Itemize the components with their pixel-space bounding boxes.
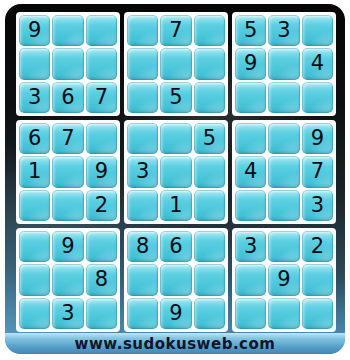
cell-r6c8[interactable] bbox=[268, 190, 299, 221]
cell-r4c6[interactable]: 5 bbox=[194, 123, 225, 154]
cell-r2c3[interactable] bbox=[86, 48, 117, 79]
cell-r4c2[interactable]: 7 bbox=[52, 123, 83, 154]
box-3: 5394 bbox=[232, 12, 336, 116]
cell-r8c5[interactable] bbox=[160, 264, 191, 295]
cell-r2c4[interactable] bbox=[127, 48, 158, 79]
cell-r6c4[interactable] bbox=[127, 190, 158, 221]
cell-r1c7[interactable]: 5 bbox=[235, 15, 266, 46]
cell-r4c8[interactable] bbox=[268, 123, 299, 154]
cell-r7c1[interactable] bbox=[19, 231, 50, 262]
cell-r9c6[interactable] bbox=[194, 298, 225, 329]
box-4: 67192 bbox=[16, 120, 120, 224]
box-1: 9367 bbox=[16, 12, 120, 116]
sudoku-page: 9367755394671925319473983869329 www.sudo… bbox=[0, 0, 350, 360]
cell-r9c9[interactable] bbox=[302, 298, 333, 329]
cell-r3c1[interactable]: 3 bbox=[19, 82, 50, 113]
cell-r6c9[interactable]: 3 bbox=[302, 190, 333, 221]
cell-r9c3[interactable] bbox=[86, 298, 117, 329]
cell-r7c2[interactable]: 9 bbox=[52, 231, 83, 262]
cell-r5c6[interactable] bbox=[194, 156, 225, 187]
cell-r8c9[interactable] bbox=[302, 264, 333, 295]
cell-r7c7[interactable]: 3 bbox=[235, 231, 266, 262]
cell-r3c9[interactable] bbox=[302, 82, 333, 113]
box-7: 983 bbox=[16, 228, 120, 332]
cell-r2c2[interactable] bbox=[52, 48, 83, 79]
cell-r3c2[interactable]: 6 bbox=[52, 82, 83, 113]
cell-r1c9[interactable] bbox=[302, 15, 333, 46]
cell-r7c5[interactable]: 6 bbox=[160, 231, 191, 262]
cell-r2c1[interactable] bbox=[19, 48, 50, 79]
cell-r4c9[interactable]: 9 bbox=[302, 123, 333, 154]
cell-r2c7[interactable]: 9 bbox=[235, 48, 266, 79]
cell-r4c3[interactable] bbox=[86, 123, 117, 154]
cell-r1c8[interactable]: 3 bbox=[268, 15, 299, 46]
cell-r1c6[interactable] bbox=[194, 15, 225, 46]
cell-r6c7[interactable] bbox=[235, 190, 266, 221]
cell-r1c2[interactable] bbox=[52, 15, 83, 46]
cell-r4c1[interactable]: 6 bbox=[19, 123, 50, 154]
cell-r2c9[interactable]: 4 bbox=[302, 48, 333, 79]
cell-r4c4[interactable] bbox=[127, 123, 158, 154]
cell-r5c3[interactable]: 9 bbox=[86, 156, 117, 187]
cell-r4c5[interactable] bbox=[160, 123, 191, 154]
cell-r3c7[interactable] bbox=[235, 82, 266, 113]
cell-r9c4[interactable] bbox=[127, 298, 158, 329]
cell-r6c6[interactable] bbox=[194, 190, 225, 221]
cell-r6c5[interactable]: 1 bbox=[160, 190, 191, 221]
cell-r2c6[interactable] bbox=[194, 48, 225, 79]
cell-r5c7[interactable]: 4 bbox=[235, 156, 266, 187]
cell-r7c4[interactable]: 8 bbox=[127, 231, 158, 262]
box-9: 329 bbox=[232, 228, 336, 332]
cell-r8c3[interactable]: 8 bbox=[86, 264, 117, 295]
cell-r5c2[interactable] bbox=[52, 156, 83, 187]
footer-bar: www.sudokusweb.com bbox=[5, 333, 345, 354]
cell-r6c2[interactable] bbox=[52, 190, 83, 221]
cell-r9c1[interactable] bbox=[19, 298, 50, 329]
cell-r7c3[interactable] bbox=[86, 231, 117, 262]
cell-r2c5[interactable] bbox=[160, 48, 191, 79]
cell-r6c1[interactable] bbox=[19, 190, 50, 221]
cell-r3c5[interactable]: 5 bbox=[160, 82, 191, 113]
cell-r9c7[interactable] bbox=[235, 298, 266, 329]
cell-r8c4[interactable] bbox=[127, 264, 158, 295]
cell-r9c5[interactable]: 9 bbox=[160, 298, 191, 329]
cell-r6c3[interactable]: 2 bbox=[86, 190, 117, 221]
cell-r5c8[interactable] bbox=[268, 156, 299, 187]
cell-r3c4[interactable] bbox=[127, 82, 158, 113]
cell-r9c8[interactable] bbox=[268, 298, 299, 329]
site-url: www.sudokusweb.com bbox=[75, 335, 276, 353]
cell-r5c9[interactable]: 7 bbox=[302, 156, 333, 187]
cell-r1c5[interactable]: 7 bbox=[160, 15, 191, 46]
box-6: 9473 bbox=[232, 120, 336, 224]
box-2: 75 bbox=[124, 12, 228, 116]
cell-r8c6[interactable] bbox=[194, 264, 225, 295]
cell-r3c3[interactable]: 7 bbox=[86, 82, 117, 113]
cell-r1c1[interactable]: 9 bbox=[19, 15, 50, 46]
box-8: 869 bbox=[124, 228, 228, 332]
cell-r1c3[interactable] bbox=[86, 15, 117, 46]
box-5: 531 bbox=[124, 120, 228, 224]
cell-r9c2[interactable]: 3 bbox=[52, 298, 83, 329]
cell-r8c8[interactable]: 9 bbox=[268, 264, 299, 295]
cell-r7c8[interactable] bbox=[268, 231, 299, 262]
cell-r8c1[interactable] bbox=[19, 264, 50, 295]
cell-r5c5[interactable] bbox=[160, 156, 191, 187]
cell-r8c7[interactable] bbox=[235, 264, 266, 295]
cell-r2c8[interactable] bbox=[268, 48, 299, 79]
cell-r4c7[interactable] bbox=[235, 123, 266, 154]
cell-r1c4[interactable] bbox=[127, 15, 158, 46]
cell-r8c2[interactable] bbox=[52, 264, 83, 295]
cell-r5c4[interactable]: 3 bbox=[127, 156, 158, 187]
cell-r5c1[interactable]: 1 bbox=[19, 156, 50, 187]
cell-r3c8[interactable] bbox=[268, 82, 299, 113]
sudoku-board: 9367755394671925319473983869329 bbox=[16, 12, 336, 332]
cell-r7c9[interactable]: 2 bbox=[302, 231, 333, 262]
cell-r3c6[interactable] bbox=[194, 82, 225, 113]
cell-r7c6[interactable] bbox=[194, 231, 225, 262]
